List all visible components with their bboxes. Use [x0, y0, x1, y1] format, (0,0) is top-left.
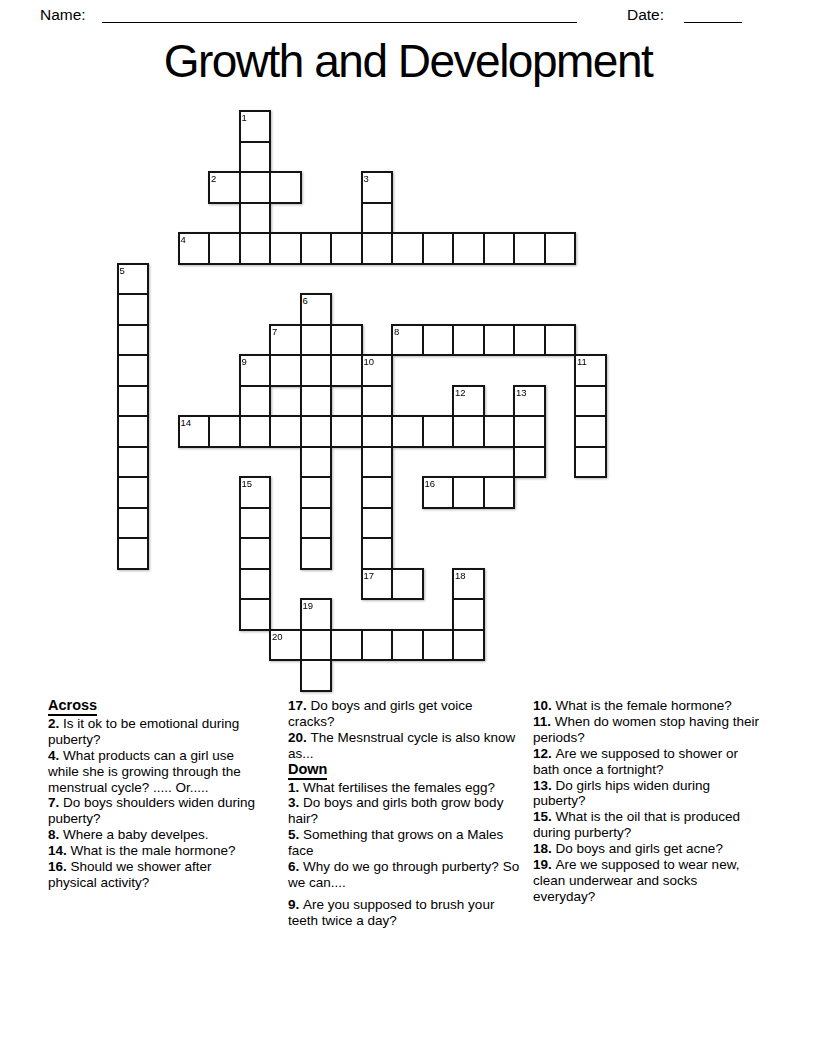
- crossword-cell-r2c5[interactable]: [269, 171, 302, 204]
- page-title: Growth and Development: [0, 34, 816, 88]
- crossword-cell-r14c6[interactable]: [300, 537, 333, 570]
- crossword-cell-r12c11[interactable]: [452, 476, 485, 509]
- crossword-cell-r7c9[interactable]: 8: [391, 324, 424, 357]
- crossword-cell-r16c4[interactable]: [239, 598, 272, 631]
- cell-number: 5: [120, 265, 125, 276]
- crossword-cell-r15c8[interactable]: 17: [361, 568, 394, 601]
- crossword-cell-r10c8[interactable]: [361, 415, 394, 448]
- crossword-cell-r10c2[interactable]: 14: [178, 415, 211, 448]
- crossword-cell-r9c4[interactable]: [239, 385, 272, 418]
- crossword-cell-r14c8[interactable]: [361, 537, 394, 570]
- cell-number: 18: [455, 570, 466, 581]
- crossword-cell-r8c8[interactable]: 10: [361, 354, 394, 387]
- clue-D10: 10. What is the female hormone?: [533, 698, 759, 714]
- cell-number: 6: [303, 295, 308, 306]
- crossword-cell-r11c13[interactable]: [513, 446, 546, 479]
- cell-number: 4: [181, 234, 186, 245]
- crossword-cell-r4c5[interactable]: [269, 232, 302, 265]
- cell-number: 7: [272, 326, 277, 337]
- crossword-cell-r10c7[interactable]: [330, 415, 363, 448]
- clue-A4: 4. What products can a girl use while sh…: [48, 748, 264, 796]
- crossword-cell-r2c3[interactable]: 2: [208, 171, 241, 204]
- crossword-cell-r2c8[interactable]: 3: [361, 171, 394, 204]
- crossword-cell-r6c0[interactable]: [117, 293, 150, 326]
- crossword-cell-r17c9[interactable]: [391, 629, 424, 662]
- crossword-cell-r7c14[interactable]: [544, 324, 577, 357]
- clue-D5: 5. Something that grows on a Males face: [288, 827, 521, 859]
- crossword-cell-r8c15[interactable]: 11: [574, 354, 607, 387]
- crossword-cell-r8c6[interactable]: [300, 354, 333, 387]
- crossword-cell-r14c0[interactable]: [117, 537, 150, 570]
- crossword-cell-r11c15[interactable]: [574, 446, 607, 479]
- clue-D9: 9. Are you supposed to brush your teeth …: [288, 897, 521, 929]
- crossword-cell-r4c13[interactable]: [513, 232, 546, 265]
- crossword-cell-r17c11[interactable]: [452, 629, 485, 662]
- crossword-cell-r8c7[interactable]: [330, 354, 363, 387]
- crossword-cell-r11c8[interactable]: [361, 446, 394, 479]
- cell-number: 12: [455, 387, 466, 398]
- crossword-cell-r18c6[interactable]: [300, 659, 333, 692]
- clue-D1: 1. What fertilises the females egg?: [288, 780, 521, 796]
- crossword-cell-r8c0[interactable]: [117, 354, 150, 387]
- crossword-cell-r4c14[interactable]: [544, 232, 577, 265]
- crossword-cell-r3c8[interactable]: [361, 202, 394, 235]
- crossword-cell-r12c4[interactable]: 15: [239, 476, 272, 509]
- crossword-cell-r16c11[interactable]: [452, 598, 485, 631]
- crossword-cell-r10c11[interactable]: [452, 415, 485, 448]
- clue-A14: 14. What is the male hormone?: [48, 843, 264, 859]
- down-header: Down: [288, 762, 521, 778]
- crossword-cell-r13c0[interactable]: [117, 507, 150, 540]
- name-input-line[interactable]: [102, 7, 577, 23]
- clue-D13: 13. Do girls hips widen during puberty?: [533, 778, 759, 810]
- clue-D11: 11. When do women stop having their peri…: [533, 714, 759, 746]
- crossword-cell-r12c8[interactable]: [361, 476, 394, 509]
- cell-number: 2: [211, 173, 216, 184]
- crossword-cell-r12c0[interactable]: [117, 476, 150, 509]
- clue-D12: 12. Are we supposed to shower or bath on…: [533, 746, 759, 778]
- crossword-cell-r4c7[interactable]: [330, 232, 363, 265]
- crossword-cell-r9c6[interactable]: [300, 385, 333, 418]
- cell-number: 11: [577, 356, 587, 367]
- name-label: Name:: [40, 6, 86, 24]
- crossword-cell-r15c11[interactable]: 18: [452, 568, 485, 601]
- cell-number: 8: [394, 326, 399, 337]
- crossword-cell-r17c7[interactable]: [330, 629, 363, 662]
- crossword-cell-r5c0[interactable]: 5: [117, 263, 150, 296]
- crossword-cell-r7c10[interactable]: [422, 324, 455, 357]
- crossword-cell-r4c9[interactable]: [391, 232, 424, 265]
- cell-number: 10: [364, 356, 375, 367]
- clue-A16: 16. Should we shower after physical acti…: [48, 859, 264, 891]
- crossword-cell-r10c0[interactable]: [117, 415, 150, 448]
- crossword-cell-r8c5[interactable]: [269, 354, 302, 387]
- crossword-cell-r4c4[interactable]: [239, 232, 272, 265]
- crossword-cell-r14c4[interactable]: [239, 537, 272, 570]
- crossword-cell-r11c6[interactable]: [300, 446, 333, 479]
- crossword-cell-r13c4[interactable]: [239, 507, 272, 540]
- crossword-cell-r1c4[interactable]: [239, 141, 272, 174]
- cell-number: 19: [303, 600, 314, 611]
- crossword-cell-r10c6[interactable]: [300, 415, 333, 448]
- crossword-cell-r4c2[interactable]: 4: [178, 232, 211, 265]
- cell-number: 13: [516, 387, 527, 398]
- cell-number: 20: [272, 631, 283, 642]
- clue-D3: 3. Do boys and girls both grow body hair…: [288, 795, 521, 827]
- crossword-cell-r4c3[interactable]: [208, 232, 241, 265]
- crossword-cell-r9c0[interactable]: [117, 385, 150, 418]
- crossword-cell-r9c11[interactable]: 12: [452, 385, 485, 418]
- crossword-cell-r13c8[interactable]: [361, 507, 394, 540]
- clue-column-2: 17. Do boys and girls get voice cracks?2…: [288, 698, 521, 929]
- clue-D19: 19. Are we supposed to wear new, clean u…: [533, 857, 759, 905]
- cell-number: 16: [425, 478, 436, 489]
- crossword-cell-r7c7[interactable]: [330, 324, 363, 357]
- crossword-cell-r4c11[interactable]: [452, 232, 485, 265]
- date-input-line[interactable]: [684, 7, 742, 23]
- cell-number: 14: [181, 417, 192, 428]
- crossword-cell-r6c6[interactable]: 6: [300, 293, 333, 326]
- crossword-cell-r15c4[interactable]: [239, 568, 272, 601]
- crossword-cell-r7c13[interactable]: [513, 324, 546, 357]
- crossword-cell-r10c5[interactable]: [269, 415, 302, 448]
- crossword-cell-r10c3[interactable]: [208, 415, 241, 448]
- crossword-cell-r7c0[interactable]: [117, 324, 150, 357]
- crossword-cell-r4c10[interactable]: [422, 232, 455, 265]
- crossword-cell-r13c6[interactable]: [300, 507, 333, 540]
- cell-number: 1: [242, 112, 247, 123]
- crossword-cell-r17c6[interactable]: [300, 629, 333, 662]
- crossword-cell-r7c12[interactable]: [483, 324, 516, 357]
- crossword-cell-r17c10[interactable]: [422, 629, 455, 662]
- crossword-cell-r9c15[interactable]: [574, 385, 607, 418]
- date-label: Date:: [627, 6, 664, 24]
- crossword-cell-r9c13[interactable]: 13: [513, 385, 546, 418]
- crossword-cell-r10c4[interactable]: [239, 415, 272, 448]
- crossword-cell-r7c6[interactable]: [300, 324, 333, 357]
- crossword-cell-r17c5[interactable]: 20: [269, 629, 302, 662]
- crossword-cell-r12c10[interactable]: 16: [422, 476, 455, 509]
- crossword-cell-r7c5[interactable]: 7: [269, 324, 302, 357]
- crossword-cell-r11c0[interactable]: [117, 446, 150, 479]
- clue-D15: 15. What is the oil that is produced dur…: [533, 809, 759, 841]
- clue-column-3: 10. What is the female hormone?11. When …: [533, 698, 759, 905]
- clue-D6: 6. Why do we go through purberty? So we …: [288, 859, 521, 891]
- across-header: Across: [48, 698, 264, 714]
- clue-column-1: Across2. Is it ok to be emotional during…: [48, 698, 264, 891]
- crossword-cell-r2c4[interactable]: [239, 171, 272, 204]
- crossword-cell-r16c6[interactable]: 19: [300, 598, 333, 631]
- crossword-cell-r4c8[interactable]: [361, 232, 394, 265]
- crossword-cell-r15c9[interactable]: [391, 568, 424, 601]
- crossword-cell-r10c12[interactable]: [483, 415, 516, 448]
- crossword-cell-r12c6[interactable]: [300, 476, 333, 509]
- clue-A17: 17. Do boys and girls get voice cracks?: [288, 698, 521, 730]
- clue-D18: 18. Do boys and girls get acne?: [533, 841, 759, 857]
- clue-A2: 2. Is it ok to be emotional during puber…: [48, 716, 264, 748]
- crossword-cell-r7c11[interactable]: [452, 324, 485, 357]
- clue-A7: 7. Do boys shoulders widen during pubert…: [48, 795, 264, 827]
- crossword-cell-r10c13[interactable]: [513, 415, 546, 448]
- clue-A20: 20. The Mesnstrual cycle is also know as…: [288, 730, 521, 762]
- cell-number: 3: [364, 173, 369, 184]
- crossword-cell-r4c12[interactable]: [483, 232, 516, 265]
- crossword-cell-r9c8[interactable]: [361, 385, 394, 418]
- clue-A8: 8. Where a baby develpes.: [48, 827, 264, 843]
- crossword-cell-r8c4[interactable]: 9: [239, 354, 272, 387]
- crossword-cell-r4c6[interactable]: [300, 232, 333, 265]
- crossword-cell-r3c4[interactable]: [239, 202, 272, 235]
- crossword-cell-r10c9[interactable]: [391, 415, 424, 448]
- crossword-cell-r10c10[interactable]: [422, 415, 455, 448]
- crossword-cell-r17c8[interactable]: [361, 629, 394, 662]
- crossword-cell-r10c15[interactable]: [574, 415, 607, 448]
- crossword-cell-r0c4[interactable]: 1: [239, 110, 272, 143]
- cell-number: 9: [242, 356, 247, 367]
- cell-number: 17: [364, 570, 375, 581]
- cell-number: 15: [242, 478, 253, 489]
- crossword-cell-r12c12[interactable]: [483, 476, 516, 509]
